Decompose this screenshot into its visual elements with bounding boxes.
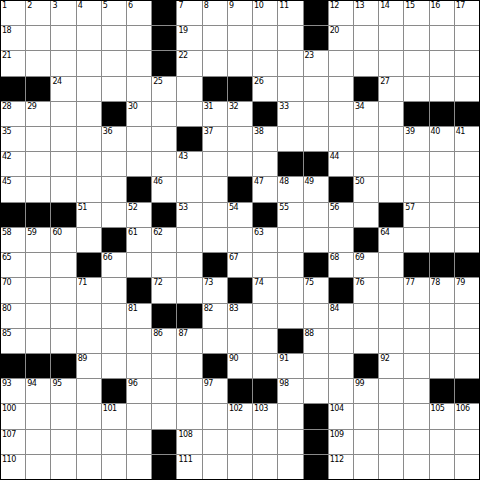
cell-r13c18[interactable]	[430, 304, 454, 328]
cell-r12c9[interactable]: 73	[203, 278, 227, 302]
cell-r6c5[interactable]: 36	[102, 127, 126, 151]
cell-r6c9[interactable]: 37	[203, 127, 227, 151]
cell-r7c17[interactable]	[404, 152, 428, 176]
cell-r19c15[interactable]	[354, 455, 378, 479]
cell-r11c11[interactable]	[253, 253, 277, 277]
cell-r4c3[interactable]: 24	[51, 77, 75, 101]
cell-r14c11[interactable]	[253, 329, 277, 353]
cell-r2c9[interactable]	[203, 26, 227, 50]
cell-r2c6[interactable]	[127, 26, 151, 50]
cell-r15c5[interactable]	[102, 354, 126, 378]
cell-r17c14[interactable]: 104	[329, 404, 353, 428]
cell-r16c17[interactable]	[404, 379, 428, 403]
cell-r19c2[interactable]	[26, 455, 50, 479]
cell-r5c15[interactable]: 34	[354, 102, 378, 126]
cell-r1c9[interactable]: 8	[203, 1, 227, 25]
cell-r13c5[interactable]	[102, 304, 126, 328]
cell-r12c16[interactable]	[379, 278, 403, 302]
cell-r11c7[interactable]	[152, 253, 176, 277]
cell-r13c15[interactable]	[354, 304, 378, 328]
cell-r18c12[interactable]	[278, 430, 302, 454]
cell-r17c15[interactable]	[354, 404, 378, 428]
cell-r7c8[interactable]: 43	[177, 152, 201, 176]
cell-r4c6[interactable]	[127, 77, 151, 101]
cell-r18c1[interactable]: 107	[1, 430, 25, 454]
cell-r5c10[interactable]: 32	[228, 102, 252, 126]
cell-r18c8[interactable]: 108	[177, 430, 201, 454]
cell-r7c1[interactable]: 42	[1, 152, 25, 176]
cell-r6c10[interactable]	[228, 127, 252, 151]
cell-r15c12[interactable]: 91	[278, 354, 302, 378]
cell-r12c15[interactable]: 76	[354, 278, 378, 302]
cell-r4c13[interactable]	[304, 77, 328, 101]
cell-r12c1[interactable]: 70	[1, 278, 25, 302]
cell-r1c2[interactable]: 2	[26, 1, 50, 25]
cell-r12c18[interactable]: 78	[430, 278, 454, 302]
cell-r7c9[interactable]	[203, 152, 227, 176]
cell-r15c6[interactable]	[127, 354, 151, 378]
cell-r12c3[interactable]	[51, 278, 75, 302]
cell-r12c7[interactable]: 72	[152, 278, 176, 302]
cell-r4c5[interactable]	[102, 77, 126, 101]
cell-r16c1[interactable]: 93	[1, 379, 25, 403]
cell-r16c6[interactable]: 96	[127, 379, 151, 403]
cell-r6c13[interactable]	[304, 127, 328, 151]
cell-r16c8[interactable]	[177, 379, 201, 403]
cell-r8c8[interactable]	[177, 177, 201, 201]
cell-r10c10[interactable]	[228, 228, 252, 252]
cell-r14c9[interactable]	[203, 329, 227, 353]
cell-r19c17[interactable]	[404, 455, 428, 479]
cell-r17c10[interactable]: 102	[228, 404, 252, 428]
cell-r18c14[interactable]: 109	[329, 430, 353, 454]
cell-r2c14[interactable]: 20	[329, 26, 353, 50]
cell-r2c2[interactable]	[26, 26, 50, 50]
cell-r18c17[interactable]	[404, 430, 428, 454]
cell-r3c14[interactable]	[329, 51, 353, 75]
cell-r6c18[interactable]: 40	[430, 127, 454, 151]
cell-r12c2[interactable]	[26, 278, 50, 302]
cell-r3c11[interactable]	[253, 51, 277, 75]
cell-r1c17[interactable]: 15	[404, 1, 428, 25]
cell-r11c5[interactable]: 66	[102, 253, 126, 277]
cell-r1c3[interactable]: 3	[51, 1, 75, 25]
cell-r8c18[interactable]	[430, 177, 454, 201]
cell-r8c15[interactable]: 50	[354, 177, 378, 201]
cell-r9c10[interactable]: 54	[228, 203, 252, 227]
cell-r9c14[interactable]: 56	[329, 203, 353, 227]
cell-r3c16[interactable]	[379, 51, 403, 75]
cell-r11c10[interactable]: 67	[228, 253, 252, 277]
cell-r1c1[interactable]: 1	[1, 1, 25, 25]
cell-r11c2[interactable]	[26, 253, 50, 277]
cell-r4c4[interactable]	[77, 77, 101, 101]
cell-r8c5[interactable]	[102, 177, 126, 201]
cell-r2c12[interactable]	[278, 26, 302, 50]
cell-r13c11[interactable]	[253, 304, 277, 328]
cell-r2c3[interactable]	[51, 26, 75, 50]
cell-r19c1[interactable]: 110	[1, 455, 25, 479]
cell-r4c17[interactable]	[404, 77, 428, 101]
cell-r2c16[interactable]	[379, 26, 403, 50]
cell-r19c9[interactable]	[203, 455, 227, 479]
cell-r9c17[interactable]: 57	[404, 203, 428, 227]
cell-r7c3[interactable]	[51, 152, 75, 176]
cell-r10c9[interactable]	[203, 228, 227, 252]
cell-r7c11[interactable]	[253, 152, 277, 176]
cell-r13c2[interactable]	[26, 304, 50, 328]
cell-r19c5[interactable]	[102, 455, 126, 479]
cell-r19c18[interactable]	[430, 455, 454, 479]
cell-r16c9[interactable]: 97	[203, 379, 227, 403]
cell-r5c4[interactable]	[77, 102, 101, 126]
cell-r19c6[interactable]	[127, 455, 151, 479]
cell-r7c2[interactable]	[26, 152, 50, 176]
cell-r1c8[interactable]: 7	[177, 1, 201, 25]
cell-r7c16[interactable]	[379, 152, 403, 176]
cell-r19c8[interactable]: 111	[177, 455, 201, 479]
cell-r14c13[interactable]: 88	[304, 329, 328, 353]
cell-r4c16[interactable]: 27	[379, 77, 403, 101]
cell-r3c3[interactable]	[51, 51, 75, 75]
cell-r6c16[interactable]	[379, 127, 403, 151]
cell-r17c2[interactable]	[26, 404, 50, 428]
cell-r10c4[interactable]	[77, 228, 101, 252]
cell-r9c6[interactable]: 52	[127, 203, 151, 227]
cell-r10c13[interactable]	[304, 228, 328, 252]
cell-r1c5[interactable]: 5	[102, 1, 126, 25]
cell-r18c19[interactable]	[455, 430, 479, 454]
cell-r15c11[interactable]	[253, 354, 277, 378]
cell-r16c13[interactable]	[304, 379, 328, 403]
cell-r15c16[interactable]: 92	[379, 354, 403, 378]
cell-r9c19[interactable]	[455, 203, 479, 227]
cell-r13c12[interactable]	[278, 304, 302, 328]
cell-r5c8[interactable]	[177, 102, 201, 126]
cell-r1c19[interactable]: 17	[455, 1, 479, 25]
cell-r7c14[interactable]: 44	[329, 152, 353, 176]
cell-r4c8[interactable]	[177, 77, 201, 101]
cell-r8c1[interactable]: 45	[1, 177, 25, 201]
cell-r13c9[interactable]: 82	[203, 304, 227, 328]
cell-r19c16[interactable]	[379, 455, 403, 479]
cell-r14c8[interactable]: 87	[177, 329, 201, 353]
cell-r18c11[interactable]	[253, 430, 277, 454]
cell-r13c17[interactable]	[404, 304, 428, 328]
cell-r15c13[interactable]	[304, 354, 328, 378]
cell-r5c13[interactable]	[304, 102, 328, 126]
cell-r10c3[interactable]: 60	[51, 228, 75, 252]
cell-r10c11[interactable]: 63	[253, 228, 277, 252]
cell-r1c12[interactable]: 11	[278, 1, 302, 25]
cell-r16c3[interactable]: 95	[51, 379, 75, 403]
cell-r15c18[interactable]	[430, 354, 454, 378]
cell-r3c13[interactable]: 23	[304, 51, 328, 75]
cell-r14c7[interactable]: 86	[152, 329, 176, 353]
cell-r17c19[interactable]: 106	[455, 404, 479, 428]
cell-r11c1[interactable]: 65	[1, 253, 25, 277]
cell-r18c18[interactable]	[430, 430, 454, 454]
cell-r1c14[interactable]: 12	[329, 1, 353, 25]
cell-r8c12[interactable]: 48	[278, 177, 302, 201]
cell-r9c5[interactable]	[102, 203, 126, 227]
cell-r14c16[interactable]	[379, 329, 403, 353]
cell-r14c15[interactable]	[354, 329, 378, 353]
cell-r3c12[interactable]	[278, 51, 302, 75]
cell-r4c11[interactable]: 26	[253, 77, 277, 101]
cell-r5c9[interactable]: 31	[203, 102, 227, 126]
cell-r4c19[interactable]	[455, 77, 479, 101]
cell-r1c18[interactable]: 16	[430, 1, 454, 25]
cell-r19c12[interactable]	[278, 455, 302, 479]
cell-r14c1[interactable]: 85	[1, 329, 25, 353]
cell-r13c16[interactable]	[379, 304, 403, 328]
cell-r17c5[interactable]: 101	[102, 404, 126, 428]
cell-r17c12[interactable]	[278, 404, 302, 428]
cell-r5c1[interactable]: 28	[1, 102, 25, 126]
cell-r10c2[interactable]: 59	[26, 228, 50, 252]
cell-r15c10[interactable]: 90	[228, 354, 252, 378]
cell-r11c8[interactable]	[177, 253, 201, 277]
cell-r3c9[interactable]	[203, 51, 227, 75]
cell-r9c13[interactable]	[304, 203, 328, 227]
cell-r7c19[interactable]	[455, 152, 479, 176]
cell-r12c8[interactable]	[177, 278, 201, 302]
cell-r18c4[interactable]	[77, 430, 101, 454]
cell-r11c12[interactable]	[278, 253, 302, 277]
cell-r10c14[interactable]	[329, 228, 353, 252]
cell-r17c1[interactable]: 100	[1, 404, 25, 428]
cell-r12c12[interactable]	[278, 278, 302, 302]
cell-r18c15[interactable]	[354, 430, 378, 454]
cell-r12c19[interactable]: 79	[455, 278, 479, 302]
cell-r10c1[interactable]: 58	[1, 228, 25, 252]
cell-r1c16[interactable]: 14	[379, 1, 403, 25]
cell-r7c6[interactable]	[127, 152, 151, 176]
cell-r7c15[interactable]	[354, 152, 378, 176]
cell-r9c9[interactable]	[203, 203, 227, 227]
cell-r14c6[interactable]	[127, 329, 151, 353]
cell-r7c10[interactable]	[228, 152, 252, 176]
cell-r14c3[interactable]	[51, 329, 75, 353]
cell-r2c1[interactable]: 18	[1, 26, 25, 50]
cell-r6c1[interactable]: 35	[1, 127, 25, 151]
cell-r8c11[interactable]: 47	[253, 177, 277, 201]
cell-r3c10[interactable]	[228, 51, 252, 75]
cell-r17c16[interactable]	[379, 404, 403, 428]
cell-r15c7[interactable]	[152, 354, 176, 378]
cell-r8c2[interactable]	[26, 177, 50, 201]
cell-r11c16[interactable]	[379, 253, 403, 277]
cell-r11c14[interactable]: 68	[329, 253, 353, 277]
cell-r8c9[interactable]	[203, 177, 227, 201]
cell-r14c5[interactable]	[102, 329, 126, 353]
cell-r14c18[interactable]	[430, 329, 454, 353]
cell-r14c4[interactable]	[77, 329, 101, 353]
cell-r2c18[interactable]	[430, 26, 454, 50]
cell-r13c3[interactable]	[51, 304, 75, 328]
cell-r13c14[interactable]: 84	[329, 304, 353, 328]
cell-r8c16[interactable]	[379, 177, 403, 201]
cell-r3c1[interactable]: 21	[1, 51, 25, 75]
cell-r17c8[interactable]	[177, 404, 201, 428]
cell-r18c5[interactable]	[102, 430, 126, 454]
cell-r15c19[interactable]	[455, 354, 479, 378]
cell-r4c14[interactable]	[329, 77, 353, 101]
cell-r1c11[interactable]: 10	[253, 1, 277, 25]
cell-r7c5[interactable]	[102, 152, 126, 176]
cell-r11c6[interactable]	[127, 253, 151, 277]
cell-r3c15[interactable]	[354, 51, 378, 75]
cell-r15c17[interactable]	[404, 354, 428, 378]
cell-r8c19[interactable]	[455, 177, 479, 201]
cell-r17c9[interactable]	[203, 404, 227, 428]
cell-r10c16[interactable]: 64	[379, 228, 403, 252]
cell-r7c18[interactable]	[430, 152, 454, 176]
cell-r3c18[interactable]	[430, 51, 454, 75]
cell-r6c11[interactable]: 38	[253, 127, 277, 151]
cell-r5c2[interactable]: 29	[26, 102, 50, 126]
cell-r5c7[interactable]	[152, 102, 176, 126]
cell-r13c6[interactable]: 81	[127, 304, 151, 328]
cell-r14c10[interactable]	[228, 329, 252, 353]
cell-r5c16[interactable]	[379, 102, 403, 126]
cell-r5c14[interactable]	[329, 102, 353, 126]
cell-r19c11[interactable]	[253, 455, 277, 479]
cell-r13c1[interactable]: 80	[1, 304, 25, 328]
cell-r13c10[interactable]: 83	[228, 304, 252, 328]
cell-r16c16[interactable]	[379, 379, 403, 403]
cell-r11c3[interactable]	[51, 253, 75, 277]
cell-r9c18[interactable]	[430, 203, 454, 227]
cell-r1c6[interactable]: 6	[127, 1, 151, 25]
cell-r13c13[interactable]	[304, 304, 328, 328]
cell-r1c4[interactable]: 4	[77, 1, 101, 25]
cell-r3c6[interactable]	[127, 51, 151, 75]
cell-r17c17[interactable]	[404, 404, 428, 428]
cell-r7c4[interactable]	[77, 152, 101, 176]
cell-r10c12[interactable]	[278, 228, 302, 252]
cell-r16c7[interactable]	[152, 379, 176, 403]
cell-r6c19[interactable]: 41	[455, 127, 479, 151]
cell-r8c3[interactable]	[51, 177, 75, 201]
cell-r19c3[interactable]	[51, 455, 75, 479]
cell-r6c3[interactable]	[51, 127, 75, 151]
cell-r6c12[interactable]	[278, 127, 302, 151]
cell-r8c17[interactable]	[404, 177, 428, 201]
cell-r12c13[interactable]: 75	[304, 278, 328, 302]
cell-r12c5[interactable]	[102, 278, 126, 302]
cell-r9c12[interactable]: 55	[278, 203, 302, 227]
cell-r16c4[interactable]	[77, 379, 101, 403]
cell-r3c4[interactable]	[77, 51, 101, 75]
cell-r7c7[interactable]	[152, 152, 176, 176]
cell-r9c8[interactable]: 53	[177, 203, 201, 227]
cell-r18c10[interactable]	[228, 430, 252, 454]
cell-r3c5[interactable]	[102, 51, 126, 75]
cell-r3c17[interactable]	[404, 51, 428, 75]
cell-r16c15[interactable]: 99	[354, 379, 378, 403]
cell-r2c15[interactable]	[354, 26, 378, 50]
cell-r2c4[interactable]	[77, 26, 101, 50]
cell-r6c2[interactable]	[26, 127, 50, 151]
cell-r6c17[interactable]: 39	[404, 127, 428, 151]
cell-r5c6[interactable]: 30	[127, 102, 151, 126]
cell-r2c19[interactable]	[455, 26, 479, 50]
cell-r3c2[interactable]	[26, 51, 50, 75]
cell-r17c11[interactable]: 103	[253, 404, 277, 428]
cell-r15c8[interactable]	[177, 354, 201, 378]
cell-r10c7[interactable]: 62	[152, 228, 176, 252]
cell-r3c19[interactable]	[455, 51, 479, 75]
cell-r10c18[interactable]	[430, 228, 454, 252]
cell-r18c6[interactable]	[127, 430, 151, 454]
cell-r11c15[interactable]: 69	[354, 253, 378, 277]
cell-r16c2[interactable]: 94	[26, 379, 50, 403]
cell-r2c8[interactable]: 19	[177, 26, 201, 50]
cell-r18c16[interactable]	[379, 430, 403, 454]
cell-r19c10[interactable]	[228, 455, 252, 479]
cell-r8c4[interactable]	[77, 177, 101, 201]
cell-r19c4[interactable]	[77, 455, 101, 479]
cell-r1c10[interactable]: 9	[228, 1, 252, 25]
cell-r14c2[interactable]	[26, 329, 50, 353]
cell-r2c10[interactable]	[228, 26, 252, 50]
cell-r9c15[interactable]	[354, 203, 378, 227]
cell-r4c12[interactable]	[278, 77, 302, 101]
cell-r10c19[interactable]	[455, 228, 479, 252]
cell-r6c15[interactable]	[354, 127, 378, 151]
cell-r8c7[interactable]: 46	[152, 177, 176, 201]
cell-r10c8[interactable]	[177, 228, 201, 252]
cell-r6c14[interactable]	[329, 127, 353, 151]
cell-r15c14[interactable]	[329, 354, 353, 378]
cell-r12c4[interactable]: 71	[77, 278, 101, 302]
cell-r3c8[interactable]: 22	[177, 51, 201, 75]
cell-r17c3[interactable]	[51, 404, 75, 428]
cell-r18c2[interactable]	[26, 430, 50, 454]
cell-r4c18[interactable]	[430, 77, 454, 101]
cell-r15c4[interactable]: 89	[77, 354, 101, 378]
cell-r2c11[interactable]	[253, 26, 277, 50]
cell-r19c19[interactable]	[455, 455, 479, 479]
cell-r2c17[interactable]	[404, 26, 428, 50]
cell-r9c4[interactable]: 51	[77, 203, 101, 227]
cell-r19c14[interactable]: 112	[329, 455, 353, 479]
cell-r4c7[interactable]: 25	[152, 77, 176, 101]
cell-r14c19[interactable]	[455, 329, 479, 353]
cell-r16c14[interactable]	[329, 379, 353, 403]
cell-r17c4[interactable]	[77, 404, 101, 428]
cell-r13c4[interactable]	[77, 304, 101, 328]
cell-r18c9[interactable]	[203, 430, 227, 454]
cell-r5c3[interactable]	[51, 102, 75, 126]
cell-r1c15[interactable]: 13	[354, 1, 378, 25]
cell-r12c11[interactable]: 74	[253, 278, 277, 302]
cell-r14c17[interactable]	[404, 329, 428, 353]
cell-r6c4[interactable]	[77, 127, 101, 151]
cell-r8c13[interactable]: 49	[304, 177, 328, 201]
cell-r10c6[interactable]: 61	[127, 228, 151, 252]
cell-r17c18[interactable]: 105	[430, 404, 454, 428]
cell-r13c19[interactable]	[455, 304, 479, 328]
cell-r17c6[interactable]	[127, 404, 151, 428]
cell-r6c6[interactable]	[127, 127, 151, 151]
cell-r17c7[interactable]	[152, 404, 176, 428]
cell-r5c12[interactable]: 33	[278, 102, 302, 126]
cell-r10c17[interactable]	[404, 228, 428, 252]
cell-r2c5[interactable]	[102, 26, 126, 50]
